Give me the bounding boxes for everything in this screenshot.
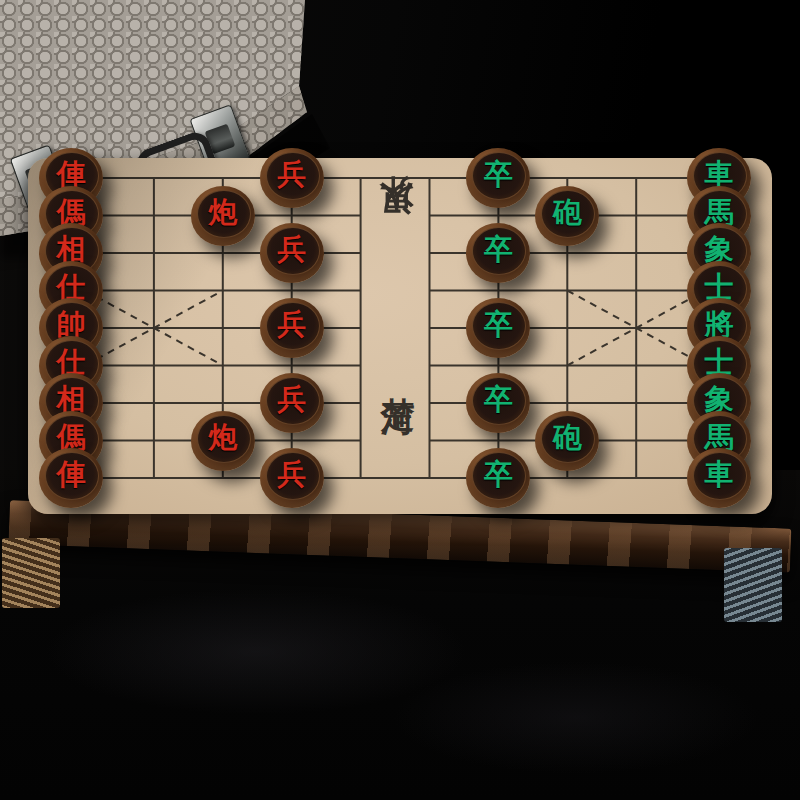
piece-glyph: 兵: [260, 297, 324, 353]
piece-glyph: 炮: [191, 410, 255, 466]
xiangqi-board[interactable]: 汉界 楚河: [28, 158, 772, 514]
product-photo-scene: 汉界 楚河 俥傌相仕帥仕相傌俥炮炮兵兵兵兵兵卒卒卒卒卒砲砲車馬象士將士象馬車: [0, 0, 800, 800]
piece-glyph: 兵: [260, 447, 324, 503]
piece-green-soldier[interactable]: 卒: [466, 148, 530, 208]
piece-red-soldier[interactable]: 兵: [260, 448, 324, 508]
river-label-chuhe: 楚河: [375, 370, 419, 382]
piece-glyph: 車: [687, 447, 751, 503]
piece-green-cannon[interactable]: 砲: [535, 186, 599, 246]
piece-red-cannon[interactable]: 炮: [191, 411, 255, 471]
piece-red-chariot[interactable]: 俥: [39, 448, 103, 508]
piece-red-soldier[interactable]: 兵: [260, 373, 324, 433]
piece-red-cannon[interactable]: 炮: [191, 186, 255, 246]
piece-green-soldier[interactable]: 卒: [466, 298, 530, 358]
piece-glyph: 卒: [466, 147, 530, 203]
piece-glyph: 卒: [466, 372, 530, 428]
piece-green-soldier[interactable]: 卒: [466, 448, 530, 508]
piece-red-soldier[interactable]: 兵: [260, 223, 324, 283]
stand-foot-right: [724, 548, 782, 622]
board-grid-lines: [28, 158, 772, 514]
piece-red-soldier[interactable]: 兵: [260, 148, 324, 208]
piece-glyph: 砲: [535, 185, 599, 241]
piece-glyph: 卒: [466, 297, 530, 353]
piece-red-soldier[interactable]: 兵: [260, 298, 324, 358]
piece-glyph: 兵: [260, 222, 324, 278]
stand-foot-left: [2, 538, 60, 608]
piece-glyph: 俥: [39, 447, 103, 503]
piece-green-cannon[interactable]: 砲: [535, 411, 599, 471]
piece-glyph: 卒: [466, 447, 530, 503]
piece-glyph: 兵: [260, 372, 324, 428]
river-label-hanjie: 汉界: [375, 230, 419, 242]
piece-green-soldier[interactable]: 卒: [466, 373, 530, 433]
piece-green-chariot[interactable]: 車: [687, 448, 751, 508]
piece-glyph: 炮: [191, 185, 255, 241]
piece-green-soldier[interactable]: 卒: [466, 223, 530, 283]
piece-glyph: 卒: [466, 222, 530, 278]
piece-glyph: 砲: [535, 410, 599, 466]
piece-glyph: 兵: [260, 147, 324, 203]
